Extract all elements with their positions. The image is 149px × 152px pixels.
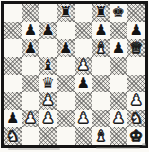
square-a3 (4, 92, 22, 110)
piece-black-pawn-e4: ♟ (77, 75, 90, 90)
square-b7: ♟ (22, 22, 40, 40)
square-f4 (92, 75, 110, 93)
scan-smudge (96, 147, 140, 149)
square-e5: ♟ (75, 57, 93, 75)
square-g5 (110, 57, 128, 75)
square-a1: ♞ (4, 127, 22, 145)
square-b1 (22, 127, 40, 145)
square-d6: ♟ (57, 39, 75, 57)
square-a8 (4, 4, 22, 22)
square-h7: ♟ (127, 22, 145, 40)
piece-white-king-h1: ♚ (129, 128, 142, 143)
square-b8 (22, 4, 40, 22)
piece-white-bishop-f1: ♝ (94, 128, 107, 143)
square-e8 (75, 4, 93, 22)
square-a6 (4, 39, 22, 57)
piece-white-pawn-e5: ♟ (77, 58, 90, 73)
scan-smudge (142, 143, 146, 146)
square-f1: ♝ (92, 127, 110, 145)
piece-white-pawn-h3: ♟ (129, 93, 142, 108)
square-g4 (110, 75, 128, 93)
square-f7: ♟ (92, 22, 110, 40)
piece-black-rook-d8: ♜ (59, 5, 72, 20)
square-g1 (110, 127, 128, 145)
square-h6: ♛ (127, 39, 145, 57)
square-g3 (110, 92, 128, 110)
piece-black-pawn-d6: ♟ (59, 40, 72, 55)
square-d7 (57, 22, 75, 40)
square-b3 (22, 92, 40, 110)
piece-white-queen-h6: ♛ (129, 40, 142, 55)
square-a5 (4, 57, 22, 75)
piece-black-rook-f8: ♜ (94, 5, 107, 20)
piece-black-pawn-b7: ♟ (24, 22, 37, 37)
piece-white-knight-h2: ♞ (129, 111, 142, 126)
square-c2: ♟ (39, 110, 57, 128)
piece-black-pawn-f7: ♟ (94, 22, 107, 37)
square-d3 (57, 92, 75, 110)
square-c6 (39, 39, 57, 57)
square-d2 (57, 110, 75, 128)
chess-board: ♜♜♚♟♟♟♟♟♟♝♟♛♝♟♛♟♟♟♟♟♟♟♟♞♞♝♚ (4, 4, 145, 145)
square-c3: ♟ (39, 92, 57, 110)
square-b5 (22, 57, 40, 75)
square-d1 (57, 127, 75, 145)
square-g8: ♚ (110, 4, 128, 22)
square-c7: ♟ (39, 22, 57, 40)
board-frame: ♜♜♚♟♟♟♟♟♟♝♟♛♝♟♛♟♟♟♟♟♟♟♟♞♞♝♚ (1, 1, 148, 148)
square-c4: ♛ (39, 75, 57, 93)
scan-smudge (8, 148, 60, 150)
piece-white-pawn-b2: ♟ (24, 111, 37, 126)
piece-black-pawn-c7: ♟ (41, 22, 54, 37)
piece-black-pawn-a2: ♟ (6, 111, 19, 126)
square-h3: ♟ (127, 92, 145, 110)
square-h2: ♞ (127, 110, 145, 128)
piece-white-pawn-g2: ♟ (112, 111, 125, 126)
square-d4 (57, 75, 75, 93)
square-h8 (127, 4, 145, 22)
square-c1 (39, 127, 57, 145)
piece-white-pawn-e2: ♟ (77, 111, 90, 126)
piece-black-pawn-h7: ♟ (129, 22, 142, 37)
square-g6: ♟ (110, 39, 128, 57)
square-c8 (39, 4, 57, 22)
square-f6: ♝ (92, 39, 110, 57)
square-e1 (75, 127, 93, 145)
square-d5 (57, 57, 75, 75)
square-g2: ♟ (110, 110, 128, 128)
piece-white-bishop-f6: ♝ (94, 40, 107, 55)
piece-black-king-g8: ♚ (112, 5, 125, 20)
square-h4 (127, 75, 145, 93)
scanned-chess-diagram: ♜♜♚♟♟♟♟♟♟♝♟♛♝♟♛♟♟♟♟♟♟♟♟♞♞♝♚ (0, 0, 149, 152)
square-b2: ♟ (22, 110, 40, 128)
square-f8: ♜ (92, 4, 110, 22)
square-h5 (127, 57, 145, 75)
square-a2: ♟ (4, 110, 22, 128)
piece-black-bishop-c5: ♝ (41, 58, 54, 73)
piece-white-pawn-c2: ♟ (41, 111, 54, 126)
square-f5 (92, 57, 110, 75)
square-e6 (75, 39, 93, 57)
square-g7 (110, 22, 128, 40)
piece-black-pawn-b6: ♟ (24, 40, 37, 55)
piece-black-queen-c4: ♛ (41, 75, 54, 90)
square-f3 (92, 92, 110, 110)
square-e3 (75, 92, 93, 110)
square-f2 (92, 110, 110, 128)
square-c5: ♝ (39, 57, 57, 75)
square-e4: ♟ (75, 75, 93, 93)
square-a4 (4, 75, 22, 93)
piece-white-knight-a1: ♞ (6, 128, 19, 143)
square-b4 (22, 75, 40, 93)
square-e7 (75, 22, 93, 40)
square-d8: ♜ (57, 4, 75, 22)
square-b6: ♟ (22, 39, 40, 57)
piece-black-pawn-g6: ♟ (112, 40, 125, 55)
piece-white-pawn-c3: ♟ (41, 93, 54, 108)
square-e2: ♟ (75, 110, 93, 128)
square-a7 (4, 22, 22, 40)
